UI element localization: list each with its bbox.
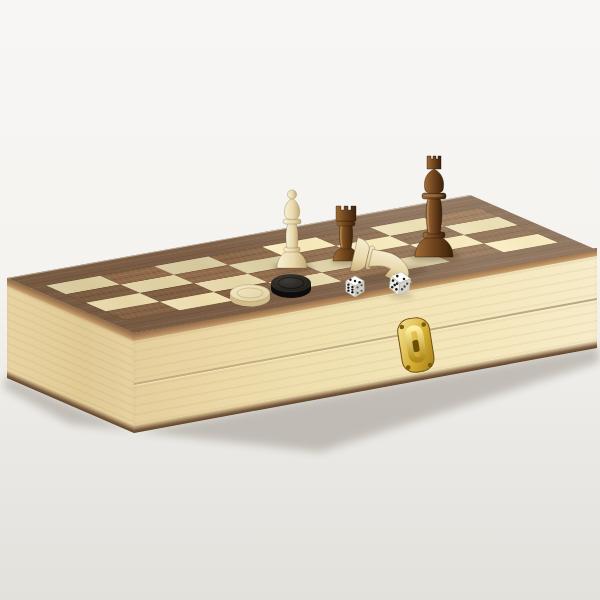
brass-clasp	[386, 312, 447, 379]
dark-checker	[269, 272, 313, 299]
white-bishop	[272, 186, 312, 270]
dark-king	[410, 148, 458, 260]
light-checker	[228, 283, 272, 308]
scene	[0, 0, 600, 600]
die-2	[386, 268, 413, 299]
die-1	[344, 273, 366, 299]
